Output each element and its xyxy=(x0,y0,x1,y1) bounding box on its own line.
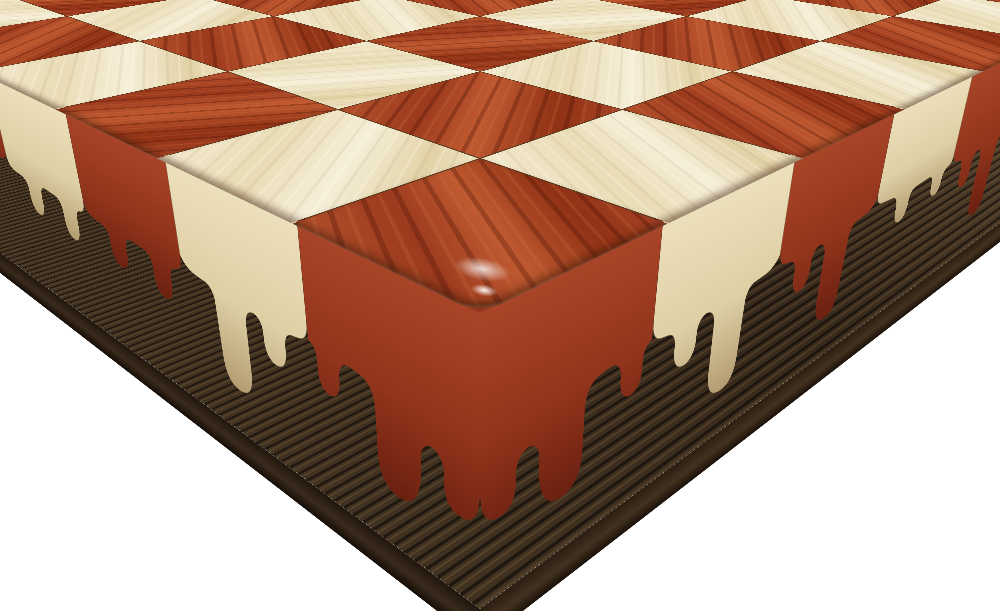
square-e2 xyxy=(68,0,272,41)
square-c5 xyxy=(575,0,762,16)
base-edge-face-front-left xyxy=(0,59,480,611)
gloss-highlight xyxy=(429,246,537,294)
square-c1 xyxy=(55,72,336,158)
melt-face-right-4 xyxy=(858,68,974,295)
melt-face-right-2 xyxy=(995,14,1000,199)
scene xyxy=(0,0,1000,611)
square-e1 xyxy=(0,16,138,71)
square-a6 xyxy=(894,0,1000,41)
melt-face-left-5 xyxy=(64,105,197,361)
melt-face-right-5 xyxy=(763,105,896,361)
square-b6 xyxy=(765,0,952,16)
square-c4 xyxy=(481,0,685,41)
base-edge-face-front-right xyxy=(480,59,1000,611)
square-a1 xyxy=(292,159,668,314)
square-b1 xyxy=(157,110,479,223)
square-f2 xyxy=(8,0,195,16)
square-a7 xyxy=(954,0,1000,16)
board-grid xyxy=(0,0,1000,300)
square-d4 xyxy=(386,0,573,16)
square-c3 xyxy=(368,16,593,71)
square-a5 xyxy=(822,16,1000,71)
gloss-highlight-small xyxy=(458,278,511,302)
square-d3 xyxy=(275,0,479,41)
melt-face-right-6 xyxy=(642,152,796,446)
chess-board xyxy=(0,0,1000,300)
square-g1 xyxy=(0,0,6,16)
melt-face-right-7 xyxy=(480,214,664,559)
square-b3 xyxy=(481,41,731,109)
melt-face-left-4 xyxy=(0,68,102,295)
square-c2 xyxy=(229,41,479,109)
square-a2 xyxy=(482,110,804,223)
square-b2 xyxy=(339,72,620,158)
melt-face-left-3 xyxy=(0,39,27,243)
square-d2 xyxy=(140,16,365,71)
melt-face-left-7 xyxy=(296,214,480,559)
square-a3 xyxy=(623,72,904,158)
melt-face-left-6 xyxy=(164,152,318,446)
square-d1 xyxy=(0,41,226,109)
square-a4 xyxy=(734,41,984,109)
melt-face-right-3 xyxy=(933,39,1000,243)
photo-background xyxy=(0,0,1000,611)
square-f1 xyxy=(0,0,66,41)
square-b5 xyxy=(687,0,891,41)
square-b4 xyxy=(595,16,820,71)
distance-haze-overlay xyxy=(0,0,1000,300)
square-e3 xyxy=(197,0,384,16)
